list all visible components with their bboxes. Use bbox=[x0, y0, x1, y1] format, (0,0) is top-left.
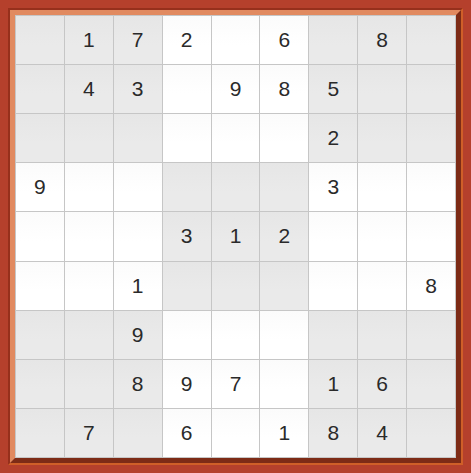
cell-r6c4[interactable] bbox=[163, 262, 211, 310]
cell-r8c1[interactable] bbox=[16, 360, 64, 408]
cell-r3c8[interactable] bbox=[358, 114, 406, 162]
cell-r6c1[interactable] bbox=[16, 262, 64, 310]
cell-r1c2[interactable]: 1 bbox=[65, 16, 113, 64]
cell-r8c4[interactable]: 9 bbox=[163, 360, 211, 408]
cell-r7c3[interactable]: 9 bbox=[114, 311, 162, 359]
cell-r3c2[interactable] bbox=[65, 114, 113, 162]
cell-r7c1[interactable] bbox=[16, 311, 64, 359]
cell-r8c5[interactable]: 7 bbox=[212, 360, 260, 408]
cell-r5c2[interactable] bbox=[65, 212, 113, 260]
cell-r5c7[interactable] bbox=[309, 212, 357, 260]
cell-r7c7[interactable] bbox=[309, 311, 357, 359]
cell-r4c9[interactable] bbox=[407, 163, 455, 211]
cell-r4c8[interactable] bbox=[358, 163, 406, 211]
cell-r1c6[interactable]: 6 bbox=[260, 16, 308, 64]
cell-r9c3[interactable] bbox=[114, 409, 162, 457]
cell-r8c2[interactable] bbox=[65, 360, 113, 408]
cell-r8c9[interactable] bbox=[407, 360, 455, 408]
cell-r6c7[interactable] bbox=[309, 262, 357, 310]
cell-r9c8[interactable]: 4 bbox=[358, 409, 406, 457]
cell-r3c6[interactable] bbox=[260, 114, 308, 162]
cell-r3c4[interactable] bbox=[163, 114, 211, 162]
cell-r9c2[interactable]: 7 bbox=[65, 409, 113, 457]
cell-r7c9[interactable] bbox=[407, 311, 455, 359]
cell-r2c1[interactable] bbox=[16, 65, 64, 113]
cell-r5c5[interactable]: 1 bbox=[212, 212, 260, 260]
cell-r3c1[interactable] bbox=[16, 114, 64, 162]
cell-r7c2[interactable] bbox=[65, 311, 113, 359]
cell-r5c9[interactable] bbox=[407, 212, 455, 260]
cell-r5c8[interactable] bbox=[358, 212, 406, 260]
cell-r6c2[interactable] bbox=[65, 262, 113, 310]
cell-r2c8[interactable] bbox=[358, 65, 406, 113]
cell-r9c5[interactable] bbox=[212, 409, 260, 457]
cell-r3c9[interactable] bbox=[407, 114, 455, 162]
cell-r4c1[interactable]: 9 bbox=[16, 163, 64, 211]
cell-r6c3[interactable]: 1 bbox=[114, 262, 162, 310]
sudoku-board: 17268439852933121898971676184 bbox=[15, 15, 456, 458]
cell-r2c7[interactable]: 5 bbox=[309, 65, 357, 113]
cell-r8c8[interactable]: 6 bbox=[358, 360, 406, 408]
cell-r1c7[interactable] bbox=[309, 16, 357, 64]
cell-r8c6[interactable] bbox=[260, 360, 308, 408]
cell-r4c2[interactable] bbox=[65, 163, 113, 211]
cell-r1c8[interactable]: 8 bbox=[358, 16, 406, 64]
cell-r1c9[interactable] bbox=[407, 16, 455, 64]
cell-r5c6[interactable]: 2 bbox=[260, 212, 308, 260]
cell-r7c4[interactable] bbox=[163, 311, 211, 359]
cell-r8c3[interactable]: 8 bbox=[114, 360, 162, 408]
cell-r5c1[interactable] bbox=[16, 212, 64, 260]
cell-r1c5[interactable] bbox=[212, 16, 260, 64]
cell-r9c1[interactable] bbox=[16, 409, 64, 457]
cell-r4c7[interactable]: 3 bbox=[309, 163, 357, 211]
cell-r1c1[interactable] bbox=[16, 16, 64, 64]
cell-r9c7[interactable]: 8 bbox=[309, 409, 357, 457]
cell-r3c5[interactable] bbox=[212, 114, 260, 162]
cell-r7c5[interactable] bbox=[212, 311, 260, 359]
cell-r7c8[interactable] bbox=[358, 311, 406, 359]
cell-r9c9[interactable] bbox=[407, 409, 455, 457]
cell-r5c4[interactable]: 3 bbox=[163, 212, 211, 260]
cell-r2c4[interactable] bbox=[163, 65, 211, 113]
cell-r6c8[interactable] bbox=[358, 262, 406, 310]
cell-r4c5[interactable] bbox=[212, 163, 260, 211]
cell-r2c9[interactable] bbox=[407, 65, 455, 113]
cell-r2c5[interactable]: 9 bbox=[212, 65, 260, 113]
cell-r3c3[interactable] bbox=[114, 114, 162, 162]
cell-r9c6[interactable]: 1 bbox=[260, 409, 308, 457]
cell-r2c2[interactable]: 4 bbox=[65, 65, 113, 113]
cell-r7c6[interactable] bbox=[260, 311, 308, 359]
board-frame: 17268439852933121898971676184 bbox=[0, 0, 471, 473]
frame-bevel-edge: 17268439852933121898971676184 bbox=[10, 10, 461, 463]
frame-accent-edge: 17268439852933121898971676184 bbox=[8, 8, 463, 465]
cell-r6c5[interactable] bbox=[212, 262, 260, 310]
cell-r4c6[interactable] bbox=[260, 163, 308, 211]
cell-r4c4[interactable] bbox=[163, 163, 211, 211]
cell-r9c4[interactable]: 6 bbox=[163, 409, 211, 457]
cell-r1c3[interactable]: 7 bbox=[114, 16, 162, 64]
cell-r2c3[interactable]: 3 bbox=[114, 65, 162, 113]
cell-r8c7[interactable]: 1 bbox=[309, 360, 357, 408]
cell-r4c3[interactable] bbox=[114, 163, 162, 211]
cell-r3c7[interactable]: 2 bbox=[309, 114, 357, 162]
cell-r1c4[interactable]: 2 bbox=[163, 16, 211, 64]
cell-r6c6[interactable] bbox=[260, 262, 308, 310]
cell-r2c6[interactable]: 8 bbox=[260, 65, 308, 113]
cell-r5c3[interactable] bbox=[114, 212, 162, 260]
cell-r6c9[interactable]: 8 bbox=[407, 262, 455, 310]
